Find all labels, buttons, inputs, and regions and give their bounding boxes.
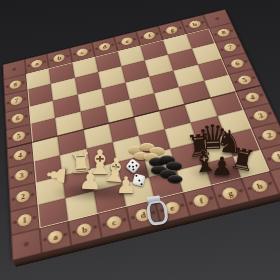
die-pip bbox=[138, 179, 140, 181]
clasp-loop-icon bbox=[146, 200, 170, 227]
dark-checker-disc bbox=[168, 175, 183, 183]
die-pip bbox=[131, 161, 134, 164]
black-rook: ♜ bbox=[227, 144, 258, 177]
pieces-layer: ♟♜♝♟♝♟♜♛♞♝♟♜ bbox=[0, 0, 280, 280]
die-pip bbox=[136, 175, 138, 177]
die-pip bbox=[140, 183, 142, 185]
die-pip bbox=[135, 164, 138, 167]
photo-background: abcdefgh8877665544332211abcdefgh ♟♜♝♟♝♟♜… bbox=[0, 0, 280, 280]
white-pawn: ♟ bbox=[44, 163, 70, 187]
die-pip bbox=[132, 165, 135, 168]
white-die-3 bbox=[132, 173, 145, 186]
die-pip bbox=[132, 168, 135, 171]
die-pip bbox=[128, 165, 131, 168]
